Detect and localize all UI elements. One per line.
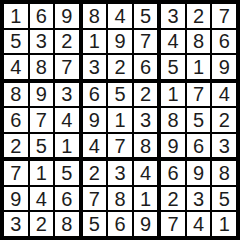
cell-r4c8: 7 <box>187 83 211 107</box>
cell-r9c3: 8 <box>55 212 79 236</box>
box-6: 174852963 <box>161 83 236 158</box>
cell-r3c2: 8 <box>30 55 54 79</box>
sudoku-board: 1695324878451973263274865198936742516529… <box>0 0 240 240</box>
cell-r4c4: 6 <box>83 83 107 107</box>
cell-r4c9: 4 <box>212 83 236 107</box>
cell-r9c7: 7 <box>161 212 185 236</box>
cell-r5c7: 8 <box>161 108 185 132</box>
cell-r3c1: 4 <box>4 55 28 79</box>
cell-r1c5: 4 <box>108 4 132 28</box>
cell-r4c7: 1 <box>161 83 185 107</box>
cell-r6c7: 9 <box>161 134 185 158</box>
cell-r5c4: 9 <box>83 108 107 132</box>
cell-r1c8: 2 <box>187 4 211 28</box>
cell-r4c5: 5 <box>108 83 132 107</box>
box-7: 715946328 <box>4 161 79 236</box>
cell-r3c8: 1 <box>187 55 211 79</box>
cell-r9c2: 2 <box>30 212 54 236</box>
cell-r6c2: 5 <box>30 134 54 158</box>
cell-r2c2: 3 <box>30 30 54 54</box>
cell-r7c2: 1 <box>30 161 54 185</box>
cell-r3c3: 7 <box>55 55 79 79</box>
cell-r8c2: 4 <box>30 187 54 211</box>
cell-r9c9: 1 <box>212 212 236 236</box>
cell-r1c4: 8 <box>83 4 107 28</box>
cell-r6c4: 4 <box>83 134 107 158</box>
cell-r7c5: 3 <box>108 161 132 185</box>
box-9: 698235741 <box>161 161 236 236</box>
cell-r7c1: 7 <box>4 161 28 185</box>
cell-r8c1: 9 <box>4 187 28 211</box>
cell-r8c5: 8 <box>108 187 132 211</box>
cell-r3c7: 5 <box>161 55 185 79</box>
cell-r5c8: 5 <box>187 108 211 132</box>
cell-r4c2: 9 <box>30 83 54 107</box>
cell-r3c5: 2 <box>108 55 132 79</box>
cell-r6c8: 6 <box>187 134 211 158</box>
cell-r6c5: 7 <box>108 134 132 158</box>
box-3: 327486519 <box>161 4 236 79</box>
cell-r2c8: 8 <box>187 30 211 54</box>
cell-r9c1: 3 <box>4 212 28 236</box>
cell-r6c9: 3 <box>212 134 236 158</box>
cell-r6c6: 8 <box>134 134 158 158</box>
cell-r5c1: 6 <box>4 108 28 132</box>
cell-r4c3: 3 <box>55 83 79 107</box>
cell-r9c8: 4 <box>187 212 211 236</box>
cell-r8c7: 2 <box>161 187 185 211</box>
cell-r4c6: 2 <box>134 83 158 107</box>
cell-r8c3: 6 <box>55 187 79 211</box>
cell-r1c3: 9 <box>55 4 79 28</box>
cell-r8c9: 5 <box>212 187 236 211</box>
cell-r2c3: 2 <box>55 30 79 54</box>
cell-r2c9: 6 <box>212 30 236 54</box>
cell-r7c7: 6 <box>161 161 185 185</box>
box-4: 893674251 <box>4 83 79 158</box>
cell-r1c2: 6 <box>30 4 54 28</box>
cell-r5c6: 3 <box>134 108 158 132</box>
cell-r5c9: 2 <box>212 108 236 132</box>
cell-r7c6: 4 <box>134 161 158 185</box>
cell-r4c1: 8 <box>4 83 28 107</box>
cell-r9c6: 9 <box>134 212 158 236</box>
cell-r8c8: 3 <box>187 187 211 211</box>
cell-r7c4: 2 <box>83 161 107 185</box>
cell-r2c6: 7 <box>134 30 158 54</box>
cell-r9c5: 6 <box>108 212 132 236</box>
box-5: 652913478 <box>83 83 158 158</box>
box-2: 845197326 <box>83 4 158 79</box>
cell-r2c4: 1 <box>83 30 107 54</box>
cell-r2c1: 5 <box>4 30 28 54</box>
cell-r8c4: 7 <box>83 187 107 211</box>
cell-r7c8: 9 <box>187 161 211 185</box>
cell-r7c3: 5 <box>55 161 79 185</box>
cell-r3c9: 9 <box>212 55 236 79</box>
cell-r8c6: 1 <box>134 187 158 211</box>
cell-r3c4: 3 <box>83 55 107 79</box>
cell-r3c6: 6 <box>134 55 158 79</box>
cell-r5c2: 7 <box>30 108 54 132</box>
box-1: 169532487 <box>4 4 79 79</box>
cell-r1c1: 1 <box>4 4 28 28</box>
cell-r6c3: 1 <box>55 134 79 158</box>
cell-r7c9: 8 <box>212 161 236 185</box>
cell-r5c5: 1 <box>108 108 132 132</box>
cell-r2c7: 4 <box>161 30 185 54</box>
cell-r1c7: 3 <box>161 4 185 28</box>
cell-r6c1: 2 <box>4 134 28 158</box>
cell-r1c9: 7 <box>212 4 236 28</box>
cell-r5c3: 4 <box>55 108 79 132</box>
cell-r9c4: 5 <box>83 212 107 236</box>
cell-r2c5: 9 <box>108 30 132 54</box>
box-8: 234781569 <box>83 161 158 236</box>
cell-r1c6: 5 <box>134 4 158 28</box>
